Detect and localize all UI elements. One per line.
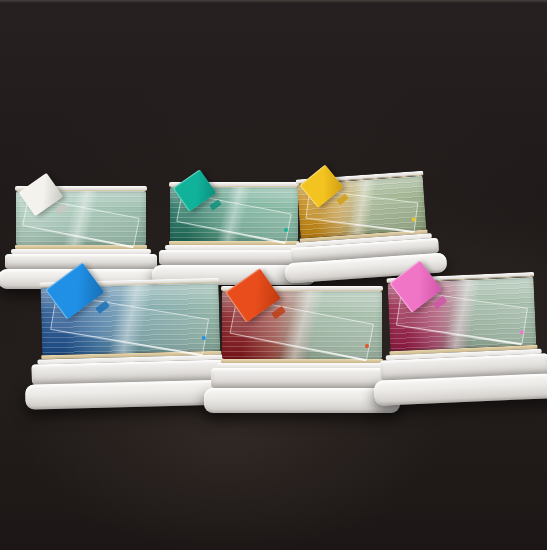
slide-stack: [222, 291, 382, 359]
slide-stack: [297, 176, 426, 239]
product-photo: [0, 0, 547, 550]
slide-stack: [388, 277, 537, 351]
slide-tray-top-center: [166, 182, 302, 285]
slide-stack: [16, 191, 146, 245]
slide-stack: [40, 283, 220, 356]
slide-tray-bottom-center: [218, 286, 386, 413]
tray-body: [211, 368, 393, 388]
tray-body: [159, 250, 309, 265]
slide-stack: [170, 187, 298, 241]
tab-color-reflection-dot: [202, 336, 206, 340]
slide-tray-bottom-right: [383, 272, 542, 406]
slide-tray-bottom-left: [36, 278, 225, 410]
tray-foot: [204, 388, 400, 413]
